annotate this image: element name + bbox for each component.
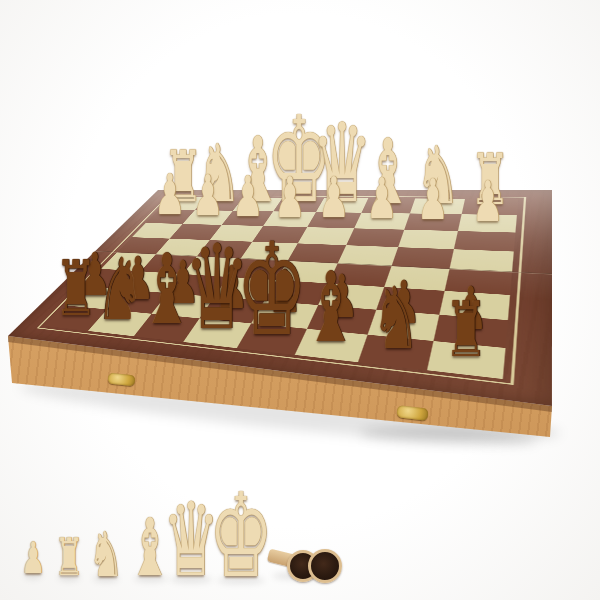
lineup-piece-shadow xyxy=(134,575,167,582)
lineup-piece-shadow xyxy=(217,577,265,584)
lineup-piece-shadow xyxy=(24,572,42,579)
lineup-piece-shadow xyxy=(93,575,119,582)
lineup-piece-shadow xyxy=(58,574,79,581)
felt-base-circle xyxy=(308,549,342,583)
lineup-piece-shadow xyxy=(170,576,212,583)
product-photo-scene: ♜♞♝♚♛♝♞♜♟♟♟♟♟♟♟♟♟♟♟♟♟♟♟♟♜♞♝♛♚♝♞♜ ♟♜♞♝♛♚ xyxy=(0,0,600,600)
